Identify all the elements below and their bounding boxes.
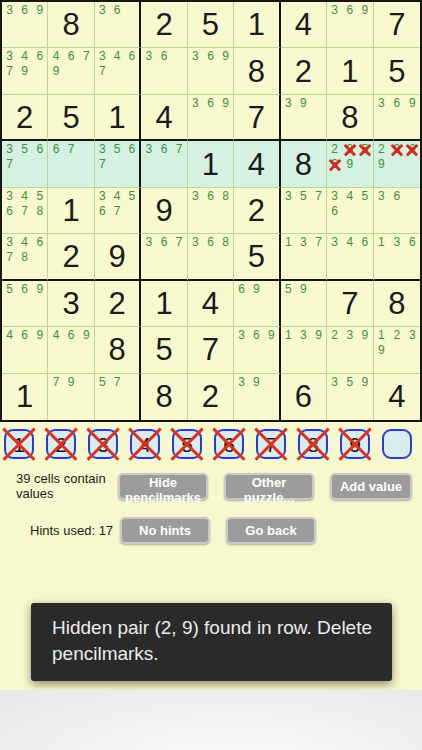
pencilmark: 9 (222, 97, 229, 112)
cell-r3c2[interactable]: 5 (48, 95, 94, 141)
pencilmark: 4 (53, 50, 60, 65)
cell-value: 2 (63, 241, 80, 272)
cell-value: 1 (108, 102, 125, 133)
pencilmark: 4 (21, 50, 28, 65)
number-button-5[interactable]: 5 (172, 429, 202, 459)
pencilmarks: 34679 (2, 48, 47, 93)
pencilmarks: 368 (188, 188, 233, 233)
pencilmark: 9 (222, 50, 229, 65)
pencilmarks: 369 (188, 48, 233, 93)
cell-value: 8 (341, 102, 358, 133)
pencilmark: 6 (37, 236, 44, 251)
pencilmarks: 569 (2, 281, 47, 326)
pencilmark: 4 (346, 190, 353, 205)
pencilmark: 4 (6, 329, 13, 344)
pencilmark: 3 (6, 50, 13, 65)
number-button-8[interactable]: 8 (298, 429, 328, 459)
cell-r9c5[interactable]: 2 (188, 374, 234, 420)
pencilmark: 6 (161, 236, 168, 251)
number-button-label: 1 (13, 434, 25, 455)
pencilmark: 3 (99, 50, 106, 65)
app-screen: 3698362514369734679467934673636982152514… (0, 0, 422, 750)
cell-value: 1 (341, 56, 358, 87)
pencilmark-crossed: 3 (393, 143, 400, 158)
pencilmark: 4 (21, 190, 28, 205)
pencilmark: 3 (285, 190, 292, 205)
cell-r9c6[interactable]: 39 (234, 374, 280, 420)
pencilmark: 5 (346, 376, 353, 391)
pencilmark: 3 (238, 376, 245, 391)
cell-r2c4[interactable]: 36 (141, 48, 187, 94)
cell-r4c1[interactable]: 3567 (2, 141, 48, 187)
pencilmarks: 367 (141, 141, 186, 186)
cell-r8c4[interactable]: 5 (141, 327, 187, 373)
pencilmark: 4 (346, 236, 353, 251)
pencilmarks: 369 (188, 95, 233, 139)
pencilmark: 7 (315, 236, 322, 251)
cell-r1c8[interactable]: 369 (327, 2, 373, 48)
add-value-button[interactable]: Add value (330, 473, 412, 500)
cell-value: 8 (108, 334, 125, 365)
pencilmark: 3 (378, 190, 385, 205)
pencilmark: 9 (362, 4, 369, 19)
pencilmark: 6 (253, 329, 260, 344)
blank-number-button[interactable] (382, 429, 412, 459)
pencilmark: 7 (53, 376, 60, 391)
pencilmarks: 39 (234, 374, 278, 420)
pencilmark: 6 (207, 97, 214, 112)
pencilmark: 1 (285, 236, 292, 251)
cell-r7c5[interactable]: 4 (188, 281, 234, 327)
pencilmark: 7 (6, 65, 13, 80)
cell-value: 1 (16, 381, 33, 412)
pencilmark: 7 (114, 376, 121, 391)
pencilmark: 7 (99, 158, 106, 173)
cell-r3c9[interactable]: 369 (374, 95, 420, 141)
pencilmark: 7 (176, 236, 183, 251)
pencilmark: 5 (21, 143, 28, 158)
pencilmark: 6 (6, 205, 13, 220)
pencilmarks: 137 (281, 234, 326, 278)
pencilmark: 3 (99, 143, 106, 158)
number-button-label: 2 (55, 434, 67, 455)
cell-r6c5[interactable]: 368 (188, 234, 234, 280)
cell-r6c6[interactable]: 5 (234, 234, 280, 280)
pencilmark: 2 (393, 329, 400, 344)
cell-r5c8[interactable]: 3456 (327, 188, 373, 234)
cell-r1c5[interactable]: 5 (188, 2, 234, 48)
cell-r2c1[interactable]: 34679 (2, 48, 48, 94)
pencilmark: 9 (268, 329, 275, 344)
cell-r9c2[interactable]: 79 (48, 374, 94, 420)
cell-r7c3[interactable]: 2 (95, 281, 141, 327)
pencilmark: 9 (83, 329, 90, 344)
cell-r2c6[interactable]: 8 (234, 48, 280, 94)
pencilmarks: 469 (48, 327, 93, 372)
pencilmark: 6 (114, 4, 121, 19)
pencilmark: 6 (409, 236, 416, 251)
cell-value: 3 (63, 288, 80, 319)
pencilmark: 6 (21, 4, 28, 19)
pencilmark: 9 (378, 344, 385, 359)
cell-r7c8[interactable]: 7 (327, 281, 373, 327)
pencilmark: 3 (6, 143, 13, 158)
pencilmark: 3 (238, 329, 245, 344)
cell-value: 1 (155, 288, 172, 319)
cell-r1c4[interactable]: 2 (141, 2, 187, 48)
pencilmarks: 2369 (374, 141, 420, 186)
pencilmark: 1 (378, 236, 385, 251)
pencilmark: 5 (300, 190, 307, 205)
pencilmark: 3 (346, 329, 353, 344)
cell-r5c9[interactable]: 36 (374, 188, 420, 234)
number-button-9[interactable]: 9 (340, 429, 370, 459)
number-button-1[interactable]: 1 (4, 429, 34, 459)
pencilmark: 6 (68, 50, 75, 65)
pencilmarks: 36 (374, 188, 420, 233)
sudoku-board: 3698362514369734679467934673636982152514… (0, 0, 422, 422)
pencilmark: 4 (53, 329, 60, 344)
pencilmark: 5 (114, 143, 121, 158)
cell-r3c6[interactable]: 7 (234, 95, 280, 141)
pencilmark: 9 (300, 283, 307, 298)
pencilmark: 6 (21, 329, 28, 344)
pencilmarks: 346 (327, 234, 372, 278)
cell-value: 2 (155, 9, 172, 40)
pencilmarks: 367 (141, 234, 186, 278)
cell-r6c8[interactable]: 346 (327, 234, 373, 280)
pencilmark: 3 (300, 236, 307, 251)
cell-r3c8[interactable]: 8 (327, 95, 373, 141)
pencilmark: 6 (207, 236, 214, 251)
cell-r5c6[interactable]: 2 (234, 188, 280, 234)
pencilmark: 3 (393, 236, 400, 251)
pencilmark: 5 (129, 190, 136, 205)
cell-r1c6[interactable]: 1 (234, 2, 280, 48)
cell-r2c7[interactable]: 2 (281, 48, 327, 94)
cell-value: 2 (248, 195, 265, 226)
toast-message: Hidden pair (2, 9) found in row. Delete … (52, 617, 372, 664)
pencilmark: 4 (21, 236, 28, 251)
number-buttons: 123456789 (4, 429, 422, 459)
cell-r1c2[interactable]: 8 (48, 2, 94, 48)
pencilmarks: 4679 (48, 48, 93, 93)
cell-value: 7 (248, 102, 265, 133)
cell-value: 2 (108, 288, 125, 319)
pencilmark: 9 (37, 283, 44, 298)
pencilmarks: 36 (141, 48, 186, 93)
cell-r3c4[interactable]: 4 (141, 95, 187, 141)
cell-value: 2 (16, 102, 33, 133)
cell-r7c2[interactable]: 3 (48, 281, 94, 327)
cell-r4c5[interactable]: 1 (188, 141, 234, 187)
cell-r8c9[interactable]: 1239 (374, 327, 420, 373)
cell-value: 9 (108, 241, 125, 272)
pencilmark: 5 (37, 190, 44, 205)
pencilmarks: 23569 (327, 141, 372, 186)
cell-value: 8 (155, 381, 172, 412)
cell-r9c8[interactable]: 359 (327, 374, 373, 420)
pencilmark: 9 (315, 329, 322, 344)
pencilmark: 7 (83, 50, 90, 65)
pencilmark: 9 (409, 97, 416, 112)
pencilmarks: 57 (95, 374, 139, 420)
cell-r6c7[interactable]: 137 (281, 234, 327, 280)
pencilmarks: 239 (327, 327, 372, 372)
pencilmarks: 34678 (2, 234, 47, 278)
cell-r6c1[interactable]: 34678 (2, 234, 48, 280)
cell-r2c9[interactable]: 5 (374, 48, 420, 94)
pencilmark: 6 (238, 283, 245, 298)
pencilmark: 6 (129, 143, 136, 158)
cell-r5c5[interactable]: 368 (188, 188, 234, 234)
pencilmark: 5 (99, 376, 106, 391)
cell-r9c4[interactable]: 8 (141, 374, 187, 420)
cell-r1c1[interactable]: 369 (2, 2, 48, 48)
pencilmarks: 359 (327, 374, 372, 420)
pencilmarks: 79 (48, 374, 93, 420)
pencilmark: 1 (378, 329, 385, 344)
pencilmark: 3 (331, 190, 338, 205)
pencilmark: 7 (176, 143, 183, 158)
go-back-button[interactable]: Go back (226, 517, 316, 544)
cell-r4c6[interactable]: 4 (234, 141, 280, 187)
cell-r3c1[interactable]: 2 (2, 95, 48, 141)
pencilmark: 6 (207, 190, 214, 205)
no-hints-button[interactable]: No hints (120, 517, 210, 544)
cell-r1c9[interactable]: 7 (374, 2, 420, 48)
cell-r6c3[interactable]: 9 (95, 234, 141, 280)
pencilmark-crossed: 5 (362, 143, 369, 158)
cell-r7c7[interactable]: 59 (281, 281, 327, 327)
pencilmark: 9 (253, 376, 260, 391)
pencilmark: 7 (6, 158, 13, 173)
cell-r4c7[interactable]: 8 (281, 141, 327, 187)
cell-value: 6 (295, 381, 312, 412)
cell-r9c9[interactable]: 4 (374, 374, 420, 420)
cell-r6c2[interactable]: 2 (48, 234, 94, 280)
cell-r6c9[interactable]: 136 (374, 234, 420, 280)
pencilmark: 3 (192, 190, 199, 205)
cell-value: 7 (341, 288, 358, 319)
pencilmark: 8 (222, 236, 229, 251)
cell-r3c7[interactable]: 39 (281, 95, 327, 141)
pencilmark: 3 (146, 236, 153, 251)
pencilmark: 4 (114, 50, 121, 65)
pencilmark: 9 (362, 329, 369, 344)
pencilmark: 5 (285, 283, 292, 298)
pencilmark: 1 (285, 329, 292, 344)
pencilmarks: 3467 (95, 48, 139, 93)
pencilmark: 6 (161, 143, 168, 158)
pencilmark-crossed: 6 (409, 143, 416, 158)
pencilmark: 9 (53, 65, 60, 80)
cell-r7c4[interactable]: 1 (141, 281, 187, 327)
pencilmark: 6 (362, 236, 369, 251)
cell-r4c8[interactable]: 23569 (327, 141, 373, 187)
pencilmark: 8 (222, 190, 229, 205)
pencilmark: 8 (21, 251, 28, 266)
number-button-label: 4 (139, 434, 151, 455)
cell-value: 8 (295, 149, 312, 180)
cell-r8c7[interactable]: 139 (281, 327, 327, 373)
pencilmarks: 139 (281, 327, 326, 372)
cell-r2c5[interactable]: 369 (188, 48, 234, 94)
cell-r5c1[interactable]: 345678 (2, 188, 48, 234)
number-button-label: 5 (181, 434, 193, 455)
pencilmark: 3 (146, 50, 153, 65)
pencilmarks: 36 (95, 2, 139, 47)
cell-r9c1[interactable]: 1 (2, 374, 48, 420)
pencilmark: 2 (378, 143, 385, 158)
cell-r3c5[interactable]: 369 (188, 95, 234, 141)
cell-r1c7[interactable]: 4 (281, 2, 327, 48)
controls-row-1: 39 cells contain values Hide pencilmarks… (0, 471, 422, 501)
number-button-2[interactable]: 2 (46, 429, 76, 459)
pencilmark: 9 (300, 97, 307, 112)
cell-value: 2 (202, 381, 219, 412)
pencilmark: 3 (146, 143, 153, 158)
number-button-label: 8 (307, 434, 319, 455)
cell-value: 5 (155, 334, 172, 365)
pencilmark: 4 (114, 190, 121, 205)
pencilmark: 3 (6, 4, 13, 19)
other-puzzle-button[interactable]: Other puzzle... (224, 473, 314, 500)
cell-value: 9 (155, 195, 172, 226)
pencilmark: 6 (68, 329, 75, 344)
cell-r6c4[interactable]: 367 (141, 234, 187, 280)
cell-r8c6[interactable]: 369 (234, 327, 280, 373)
pencilmark: 3 (300, 329, 307, 344)
cell-value: 4 (248, 149, 265, 180)
pencilmarks: 369 (374, 95, 420, 139)
pencilmark: 6 (129, 50, 136, 65)
cell-r9c3[interactable]: 57 (95, 374, 141, 420)
cell-value: 5 (63, 102, 80, 133)
pencilmark-crossed: 6 (331, 158, 338, 173)
cell-r5c3[interactable]: 34567 (95, 188, 141, 234)
cell-r8c5[interactable]: 7 (188, 327, 234, 373)
pencilmark: 5 (362, 190, 369, 205)
cell-value: 4 (295, 9, 312, 40)
pencilmark: 6 (99, 205, 106, 220)
pencilmark: 6 (37, 50, 44, 65)
cell-r8c3[interactable]: 8 (95, 327, 141, 373)
cell-r5c2[interactable]: 1 (48, 188, 94, 234)
pencilmarks: 1239 (374, 327, 420, 372)
cell-value: 2 (295, 56, 312, 87)
pencilmarks: 469 (2, 327, 47, 372)
number-button-4[interactable]: 4 (130, 429, 160, 459)
pencilmark: 3 (331, 376, 338, 391)
pencilmark: 7 (68, 143, 75, 158)
cell-value: 4 (155, 102, 172, 133)
cell-r3c3[interactable]: 1 (95, 95, 141, 141)
pencilmarks: 3456 (327, 188, 372, 233)
pencilmark: 3 (192, 50, 199, 65)
cell-value: 7 (202, 334, 219, 365)
cell-r5c7[interactable]: 357 (281, 188, 327, 234)
pencilmark: 7 (99, 65, 106, 80)
pencilmarks: 3567 (2, 141, 47, 186)
number-button-label: 6 (223, 434, 235, 455)
cell-r1c3[interactable]: 36 (95, 2, 141, 48)
hints-status: Hints used: 17 (30, 523, 114, 538)
cells-status: 39 cells contain values (16, 471, 112, 501)
pencilmarks: 368 (188, 234, 233, 278)
number-button-6[interactable]: 6 (214, 429, 244, 459)
pencilmark: 6 (37, 143, 44, 158)
cell-value: 1 (202, 149, 219, 180)
number-button-3[interactable]: 3 (88, 429, 118, 459)
pencilmark: 3 (331, 236, 338, 251)
pencilmark: 7 (6, 251, 13, 266)
pencilmarks: 345678 (2, 188, 47, 233)
pencilmark: 6 (393, 190, 400, 205)
cell-r8c2[interactable]: 469 (48, 327, 94, 373)
cell-r7c1[interactable]: 569 (2, 281, 48, 327)
number-button-label: 9 (349, 434, 361, 455)
cell-r4c2[interactable]: 67 (48, 141, 94, 187)
number-button-7[interactable]: 7 (256, 429, 286, 459)
number-button-label: 7 (265, 434, 277, 455)
pencilmark: 3 (99, 190, 106, 205)
cell-r7c9[interactable]: 8 (374, 281, 420, 327)
cell-r9c7[interactable]: 6 (281, 374, 327, 420)
number-button-label: 3 (97, 434, 109, 455)
pencilmark: 6 (161, 50, 168, 65)
cell-value: 5 (248, 241, 265, 272)
pencilmarks: 369 (234, 327, 278, 372)
cell-value: 5 (388, 56, 405, 87)
cell-value: 1 (63, 195, 80, 226)
cell-r8c8[interactable]: 239 (327, 327, 373, 373)
pencilmark: 6 (21, 283, 28, 298)
cell-r4c9[interactable]: 2369 (374, 141, 420, 187)
pencilmarks: 3567 (95, 141, 139, 186)
cell-value: 4 (202, 288, 219, 319)
cell-r2c8[interactable]: 1 (327, 48, 373, 94)
pencilmark: 9 (253, 283, 260, 298)
pencilmark: 2 (331, 329, 338, 344)
toast: Hidden pair (2, 9) found in row. Delete … (31, 603, 392, 681)
pencilmark: 3 (331, 4, 338, 19)
cell-r8c1[interactable]: 469 (2, 327, 48, 373)
cell-value: 5 (202, 9, 219, 40)
pencilmark: 3 (192, 97, 199, 112)
cell-r2c3[interactable]: 3467 (95, 48, 141, 94)
cell-r2c2[interactable]: 4679 (48, 48, 94, 94)
cell-r4c4[interactable]: 367 (141, 141, 187, 187)
cell-value: 1 (248, 9, 265, 40)
cell-value: 4 (388, 381, 405, 412)
cell-r5c4[interactable]: 9 (141, 188, 187, 234)
pencilmarks: 69 (234, 281, 278, 326)
cell-value: 8 (388, 288, 405, 319)
pencilmark-crossed: 3 (346, 143, 353, 158)
pencilmarks: 357 (281, 188, 326, 233)
pencilmark: 9 (21, 65, 28, 80)
cell-r4c3[interactable]: 3567 (95, 141, 141, 187)
cell-value: 8 (248, 56, 265, 87)
pencilmark: 5 (6, 283, 13, 298)
pencilmark: 9 (378, 158, 385, 173)
pencilmark: 9 (68, 376, 75, 391)
pencilmark: 3 (285, 97, 292, 112)
pencilmark: 9 (362, 376, 369, 391)
hide-pencilmarks-button[interactable]: Hide pencilmarks (118, 473, 208, 500)
cell-r7c6[interactable]: 69 (234, 281, 280, 327)
